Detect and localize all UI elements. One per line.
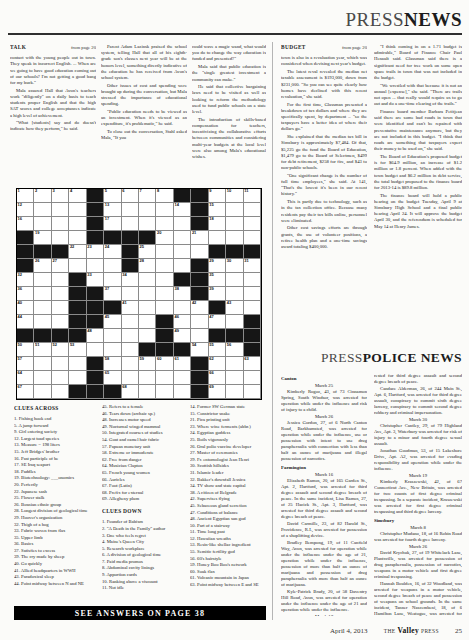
crossword-black-cell <box>69 329 86 343</box>
crossword-cell[interactable] <box>174 301 191 315</box>
page-footer: April 4, 2013 THE Valley PRESS 25 <box>330 626 462 635</box>
crossword-cell[interactable] <box>156 287 173 301</box>
clue-item: 59. Honey Boo Boo's network <box>190 562 270 568</box>
clue-item: 43. Paradoxical sleep <box>14 574 96 580</box>
crossword-cell[interactable] <box>104 343 121 357</box>
paragraph: "We wrestled with that because it is not… <box>374 83 462 108</box>
crossword-clue-number: 3 <box>52 189 54 193</box>
crossword-cell[interactable]: 38 <box>174 287 191 301</box>
clue-item: 52. Hawaiian wreaths <box>190 536 270 542</box>
crossword-cell[interactable]: 20 <box>156 231 173 245</box>
crossword-black-cell <box>226 329 243 343</box>
crossword-cell[interactable] <box>34 315 51 329</box>
crossword-cell[interactable] <box>139 385 156 399</box>
crossword-cell[interactable] <box>52 203 69 217</box>
crossword-cell[interactable] <box>34 217 51 231</box>
crossword-cell[interactable] <box>156 371 173 385</box>
police-entry: Jonathan Goodman, 53, of 15 Lakeshore Dr… <box>374 448 462 472</box>
crossword-cell[interactable]: 40 <box>17 301 34 315</box>
police-date-line: March 17 <box>281 614 367 616</box>
crossword-cell[interactable]: 14 <box>174 203 191 217</box>
paragraph: Parent Adam Lazinsk praised the school s… <box>101 44 187 81</box>
crossword-cell[interactable] <box>104 273 121 287</box>
crossword-clue-number: 64 <box>18 371 22 375</box>
crossword-clue-number: 38 <box>174 287 178 291</box>
crossword-cell[interactable]: 67 <box>17 385 34 399</box>
crossword-cell[interactable]: 36 <box>17 287 34 301</box>
crossword-clue-number: 58 <box>105 357 109 361</box>
crossword-black-cell <box>122 259 139 273</box>
crossword-black-cell <box>191 203 208 217</box>
crossword-cell[interactable]: 34 <box>122 273 139 287</box>
crossword-clue-number: 65 <box>105 371 109 375</box>
crossword-clue-number: 33 <box>87 273 91 277</box>
crossword-cell[interactable] <box>34 273 51 287</box>
crossword-cell[interactable] <box>52 385 69 399</box>
crossword-cell[interactable]: 17 <box>104 217 121 231</box>
crossword-cell[interactable]: 63 <box>244 357 261 371</box>
crossword-cell[interactable]: 19 <box>34 231 51 245</box>
crossword-black-cell <box>244 315 261 329</box>
crossword-cell[interactable]: 50 <box>17 343 34 357</box>
crossword-black-cell <box>87 287 104 301</box>
crossword-cell[interactable] <box>122 371 139 385</box>
crossword-cell[interactable]: 54 <box>191 343 208 357</box>
crossword-cell[interactable] <box>69 203 86 217</box>
crossword-cell[interactable]: 7 <box>139 189 156 203</box>
crossword-cell[interactable] <box>226 357 243 371</box>
paragraph: "I think coming in on a 1.71 budget is a… <box>374 44 462 81</box>
crossword-cell[interactable]: 52 <box>52 343 69 357</box>
clue-item: 30. Scottish hillsides <box>190 463 270 469</box>
crossword-black-cell <box>191 357 208 371</box>
article-talk-text-1: contact with the young people out in tow… <box>10 55 96 132</box>
crossword-cell[interactable]: 2 <box>34 189 51 203</box>
crossword-cell[interactable] <box>122 357 139 371</box>
crossword-cell[interactable]: 31 <box>244 259 261 273</box>
crossword-clue-number: 12 <box>18 203 22 207</box>
crossword-cell[interactable] <box>156 259 173 273</box>
crossword-cell[interactable]: 59 <box>139 357 156 371</box>
crossword-cell[interactable]: 18 <box>209 217 226 231</box>
crossword-clue-number: 54 <box>192 343 196 347</box>
paragraph: town is also in a revaluation year, whic… <box>281 55 367 67</box>
crossword-clue-number: 23 <box>87 245 91 249</box>
crossword-clue-number: 55 <box>209 343 213 347</box>
article-budget-title: BUDGET <box>281 44 306 50</box>
crossword-cell[interactable] <box>244 301 261 315</box>
crossword-cell[interactable] <box>244 217 261 231</box>
crossword-cell[interactable] <box>226 371 243 385</box>
crossword-cell[interactable] <box>191 315 208 329</box>
crossword-cell[interactable] <box>69 357 86 371</box>
crossword-cell[interactable] <box>156 245 173 259</box>
clues-down-list-1: 1. Founder of Babism2. "A Death in the F… <box>102 519 186 591</box>
clues-across-column: CLUES ACROSS 1. Fishing hook end5. A jum… <box>14 404 96 587</box>
crossword-clue-number: 29 <box>209 259 213 263</box>
crossword-black-cell <box>52 329 69 343</box>
crossword-cell[interactable] <box>244 287 261 301</box>
crossword-cell[interactable] <box>226 273 243 287</box>
crossword-cell[interactable]: 44 <box>17 315 34 329</box>
crossword-cell[interactable]: 3 <box>52 189 69 203</box>
crossword-cell[interactable]: 33 <box>87 273 104 287</box>
clue-item: 58. Extreme or immoderate <box>102 450 186 456</box>
crossword-clue-number: 67 <box>18 385 22 389</box>
crossword-cell[interactable] <box>122 203 139 217</box>
clue-item: 20. Perfectly <box>14 482 96 488</box>
crossword-cell[interactable] <box>52 287 69 301</box>
crossword-black-cell <box>191 189 208 203</box>
paragraph: For the first time, Glassman presented a… <box>281 102 367 133</box>
footer-paper-name: THE Valley PRESS <box>384 626 439 635</box>
article-budget-header: BUDGET from page 20 <box>281 44 367 51</box>
crossword-cell[interactable] <box>69 231 86 245</box>
clue-item: 50. Integrated courses of studies <box>102 430 186 436</box>
crossword-cell[interactable]: 32 <box>17 273 34 287</box>
crossword-cell[interactable]: 28 <box>139 259 156 273</box>
crossword-black-cell <box>87 371 104 385</box>
crossword-cell[interactable]: 45 <box>104 315 121 329</box>
crossword-cell[interactable]: 15 <box>209 203 226 217</box>
crossword-cell[interactable] <box>156 217 173 231</box>
clue-item: 64. Musician Clapton <box>102 463 186 469</box>
newspaper-page: PRESSNEWS TALK from page 20 contact with… <box>0 0 469 640</box>
crossword-cell[interactable] <box>122 287 139 301</box>
crossword-clue-number: 2 <box>35 189 37 193</box>
crossword-cell[interactable] <box>244 273 261 287</box>
crossword-cell[interactable]: 37 <box>104 287 121 301</box>
crossword-black-cell <box>104 301 121 315</box>
crossword-clue-number: 15 <box>209 203 213 207</box>
crossword-cell[interactable]: 16 <box>17 217 34 231</box>
paragraph: She explained that the median tax bill i… <box>281 134 367 171</box>
crossword-cell[interactable]: 56 <box>226 343 243 357</box>
crossword-cell[interactable] <box>174 385 191 399</box>
clue-item: 63. Point midway between E and SE <box>190 582 270 588</box>
crossword-cell[interactable] <box>34 371 51 385</box>
crossword-black-cell <box>34 329 51 343</box>
crossword-cell[interactable]: 24 <box>104 245 121 259</box>
crossword-cell[interactable]: 8 <box>156 189 173 203</box>
police-entry: Christopher Mudano, 18, of 16 Robin Road… <box>374 531 462 543</box>
crossword-clue-number: 37 <box>105 287 109 291</box>
crossword-cell[interactable] <box>191 329 208 343</box>
crossword-cell[interactable] <box>226 217 243 231</box>
crossword-black-cell <box>191 273 208 287</box>
clue-item: 67. Foot (Latin) <box>102 483 186 489</box>
paragraph: The Board of Education's proposed budget… <box>374 154 462 191</box>
clue-item: 57. Papuan monetary unit <box>102 444 186 450</box>
paragraph: contact with the young people out in tow… <box>10 55 96 86</box>
crossword-cell[interactable] <box>139 315 156 329</box>
crossword-clue-number: 11 <box>244 189 248 193</box>
crossword-cell[interactable] <box>34 287 51 301</box>
crossword-cell[interactable] <box>156 385 173 399</box>
crossword-clue-number: 14 <box>174 203 178 207</box>
crossword-cell[interactable] <box>34 203 51 217</box>
crossword-clue-number: 6 <box>122 189 124 193</box>
crossword-cell[interactable] <box>69 217 86 231</box>
crossword-cell[interactable]: 43 <box>226 301 243 315</box>
article-budget-column-2: "I think coming in on a 1.71 budget is a… <box>374 44 462 350</box>
crossword-clue-number: 59 <box>140 357 144 361</box>
crossword-cell[interactable] <box>226 287 243 301</box>
footer-page-number: 25 <box>455 627 462 635</box>
crossword-cell[interactable] <box>139 329 156 343</box>
clue-item: 32. Thigh of a hog <box>14 522 96 528</box>
crossword-cell[interactable] <box>226 315 243 329</box>
crossword-cell[interactable]: 4 <box>69 189 86 203</box>
crossword-cell[interactable] <box>226 231 243 245</box>
crossword-cell[interactable] <box>122 217 139 231</box>
crossword-clue-number: 10 <box>227 189 231 193</box>
crossword-black-cell <box>191 259 208 273</box>
crossword-black-cell <box>87 217 104 231</box>
crossword-cell[interactable]: 64 <box>17 371 34 385</box>
crossword-cell[interactable] <box>174 245 191 259</box>
crossword-cell[interactable] <box>122 329 139 343</box>
crossword-clue-number: 28 <box>140 259 144 263</box>
crossword-cell[interactable] <box>191 245 208 259</box>
clue-item: 39. The cry made by sheep <box>14 554 96 560</box>
crossword-cell[interactable]: 48 <box>87 329 104 343</box>
crossword-cell[interactable]: 29 <box>209 259 226 273</box>
clue-item: 61. Volcanic mountain in Japan <box>190 575 270 581</box>
crossword-black-cell <box>17 245 34 259</box>
crossword-clue-number: 5 <box>105 189 107 193</box>
crossword-black-cell <box>87 385 104 399</box>
crossword-clue-number: 39 <box>209 287 213 291</box>
crossword-black-cell <box>69 287 86 301</box>
crossword-cell[interactable] <box>174 217 191 231</box>
crossword-clue-number: 25 <box>140 245 144 249</box>
crossword-black-cell <box>69 315 86 329</box>
crossword-cell[interactable] <box>122 315 139 329</box>
crossword-cell[interactable] <box>226 385 243 399</box>
article-talk-column-1: TALK from page 20 contact with the young… <box>10 44 96 186</box>
crossword-black-cell <box>69 301 86 315</box>
crossword-black-cell <box>87 315 104 329</box>
crossword-cell[interactable] <box>174 231 191 245</box>
crossword-cell[interactable] <box>139 371 156 385</box>
masthead-press: PRESS <box>346 9 404 30</box>
crossword-cell[interactable] <box>69 259 86 273</box>
crossword-cell[interactable]: 58 <box>104 357 121 371</box>
paragraph: The introduction of skills-based compens… <box>192 117 266 160</box>
crossword-cell[interactable] <box>139 273 156 287</box>
crossword-cell[interactable] <box>156 203 173 217</box>
crossword-cell[interactable] <box>69 371 86 385</box>
crossword-cell[interactable] <box>156 273 173 287</box>
crossword-cell[interactable] <box>87 259 104 273</box>
crossword-cell[interactable]: 41 <box>122 301 139 315</box>
crossword-black-cell <box>174 273 191 287</box>
crossword-cell[interactable] <box>226 203 243 217</box>
crossword-cell[interactable]: 55 <box>209 343 226 357</box>
crossword-cell[interactable]: 66 <box>209 371 226 385</box>
crossword-cell[interactable] <box>139 203 156 217</box>
crossword-black-cell <box>244 245 261 259</box>
crossword-clue-number: 52 <box>52 343 56 347</box>
crossword-cell[interactable] <box>34 385 51 399</box>
crossword-black-cell <box>209 245 226 259</box>
crossword-cell[interactable]: 21 <box>191 231 208 245</box>
article-talk-header: TALK from page 20 <box>10 44 96 51</box>
clue-item: 41. Allied headquarters in WWII <box>14 568 96 574</box>
crossword-cell[interactable] <box>244 231 261 245</box>
crossword-cell[interactable] <box>34 301 51 315</box>
crossword-cell[interactable]: 11 <box>244 189 261 203</box>
crossword-cell[interactable]: 1 <box>17 189 34 203</box>
clue-item: 28. Longest division of geological time <box>14 508 96 514</box>
answers-banner: SEE ANSWERS ON PAGE 38 <box>14 606 266 620</box>
police-entry: Jessica Gordon, 27, of 6 North Canton Ro… <box>281 420 367 462</box>
crossword-black-cell <box>156 329 173 343</box>
clue-item: 15. Constrictor snake <box>190 411 270 417</box>
crossword-cell[interactable] <box>244 385 261 399</box>
crossword-black-cell <box>69 385 86 399</box>
crossword-cell[interactable]: 30 <box>226 259 243 273</box>
crossword-cell[interactable] <box>52 315 69 329</box>
crossword-cell[interactable]: 12 <box>17 203 34 217</box>
crossword-cell[interactable] <box>139 301 156 315</box>
crossword-black-cell <box>17 231 34 245</box>
crossword-cell[interactable] <box>52 301 69 315</box>
crossword-black-cell <box>87 357 104 371</box>
clue-item: 25. Flower stalk <box>14 495 96 501</box>
crossword-cell[interactable] <box>122 343 139 357</box>
crossword-clue-number: 8 <box>157 189 159 193</box>
crossword-cell[interactable]: 22 <box>69 245 86 259</box>
crossword-cell[interactable] <box>87 343 104 357</box>
crossword-cell[interactable]: 57 <box>17 357 34 371</box>
paragraph: "Public education needs to be viewed as … <box>101 109 187 128</box>
crossword-cell[interactable] <box>209 231 226 245</box>
crossword-clue-number: 27 <box>52 259 56 263</box>
article-budget-jump: from page 20 <box>342 45 367 51</box>
clue-item: 21. Pica printing unit <box>190 417 270 423</box>
crossword-cell[interactable]: 53 <box>69 343 86 357</box>
crossword-cell[interactable]: 60 <box>156 357 173 371</box>
clues-down-header: CLUES DOWN <box>102 508 186 514</box>
article-budget-column-1: BUDGET from page 20 town is also in a re… <box>281 44 367 350</box>
police-town-heading: Simsbury <box>374 518 462 524</box>
crossword-cell[interactable] <box>244 371 261 385</box>
clue-item: 16. Past participle of be <box>14 456 96 462</box>
crossword-cell[interactable] <box>34 357 51 371</box>
crossword-cell[interactable] <box>52 217 69 231</box>
crossword-grid[interactable]: 1234567891011121314151617181920212223242… <box>16 188 262 400</box>
article-talk-text-3: could wave a magic wand, what would you … <box>192 44 266 160</box>
police-entry: Bradley Bempong, 19, of 11 Canfield Way,… <box>281 540 367 588</box>
crossword-cell[interactable]: 61 <box>174 357 191 371</box>
crossword-clue-number: 19 <box>35 231 39 235</box>
crossword-black-cell <box>191 371 208 385</box>
clue-item: 49. Nocturnal winged mammal <box>102 424 186 430</box>
article-talk-title: TALK <box>10 44 26 50</box>
crossword-cell[interactable]: 13 <box>104 203 121 217</box>
crossword-black-cell <box>226 245 243 259</box>
clues-across-list-2: 45. Refers to a female46. Tears down (ar… <box>102 404 186 502</box>
crossword-cell[interactable] <box>104 259 121 273</box>
crossword-clue-number: 56 <box>227 343 231 347</box>
crossword-clue-number: 17 <box>105 217 109 221</box>
clue-item: 48. Increases motor speed <box>102 417 186 423</box>
crossword-cell[interactable]: 23 <box>87 245 104 259</box>
crossword-cell[interactable]: 65 <box>104 371 121 385</box>
clue-item: 10. Ranking above a viscount <box>102 579 186 585</box>
police-press-label: PRESS <box>321 350 363 365</box>
crossword-clue-number: 4 <box>70 189 72 193</box>
crossword-clue-number: 45 <box>105 315 109 319</box>
clue-item: 23. Where wine ferments (abbr.) <box>190 424 270 430</box>
crossword-black-cell <box>156 315 173 329</box>
crossword-cell[interactable] <box>52 371 69 385</box>
crossword-cell[interactable]: 49 <box>174 329 191 343</box>
masthead-news: NEWS <box>404 9 462 30</box>
crossword-cell[interactable]: 26 <box>34 259 51 273</box>
paragraph: could wave a magic wand, what would you … <box>192 44 266 63</box>
crossword-clue-number: 66 <box>209 371 213 375</box>
clue-item: 1. Fishing hook end <box>14 416 96 422</box>
crossword-cell[interactable]: 42 <box>191 301 208 315</box>
crossword-cell[interactable]: 46 <box>174 315 191 329</box>
crossword-black-cell <box>87 301 104 315</box>
crossword-cell[interactable]: 39 <box>209 287 226 301</box>
crossword-cell[interactable] <box>52 231 69 245</box>
crossword-cell[interactable] <box>244 203 261 217</box>
police-town-heading: Canton <box>281 376 367 382</box>
crossword-black-cell <box>122 245 139 259</box>
clue-item: 33. Fabric woven from flax <box>14 528 96 534</box>
crossword-black-cell <box>17 259 34 273</box>
crossword-cell[interactable] <box>52 273 69 287</box>
clue-item: 65. French young women <box>102 470 186 476</box>
crossword-cell[interactable]: 51 <box>34 343 51 357</box>
crossword-cell[interactable] <box>174 371 191 385</box>
crossword-cell[interactable]: 68 <box>122 385 139 399</box>
crossword-cell[interactable] <box>174 259 191 273</box>
crossword-cell[interactable]: 6 <box>122 189 139 203</box>
crossword-cell[interactable] <box>156 301 173 315</box>
crossword-cell[interactable] <box>139 287 156 301</box>
crossword-cell[interactable]: 69 <box>209 385 226 399</box>
crossword-clue-number: 47 <box>209 315 213 319</box>
crossword-cell[interactable]: 10 <box>226 189 243 203</box>
crossword-cell[interactable]: 47 <box>209 315 226 329</box>
crossword-clue-number: 32 <box>18 273 22 277</box>
crossword-cell[interactable] <box>139 217 156 231</box>
crossword-black-cell <box>87 203 104 217</box>
crossword-cell[interactable]: 5 <box>104 189 121 203</box>
crossword-cell[interactable]: 25 <box>139 245 156 259</box>
crossword-clue-number: 63 <box>244 357 248 361</box>
page-title: PRESSNEWS <box>346 9 462 31</box>
crossword-cell[interactable]: 62 <box>209 357 226 371</box>
paragraph: Finance board member Barbara Petitjean s… <box>374 109 462 152</box>
crossword-cell[interactable]: 27 <box>52 259 69 273</box>
crossword-clue-number: 22 <box>70 245 74 249</box>
clue-item: 9. Girl entering society <box>14 429 96 435</box>
clues-across-header: CLUES ACROSS <box>14 405 96 411</box>
crossword-cell[interactable]: 9 <box>209 189 226 203</box>
crossword-cell[interactable]: 35 <box>209 273 226 287</box>
crossword-cell[interactable] <box>52 357 69 371</box>
clue-item: 45. Sebaceous gland secretion <box>190 503 270 509</box>
crossword-cell[interactable] <box>104 329 121 343</box>
crossword-black-cell <box>139 343 156 357</box>
